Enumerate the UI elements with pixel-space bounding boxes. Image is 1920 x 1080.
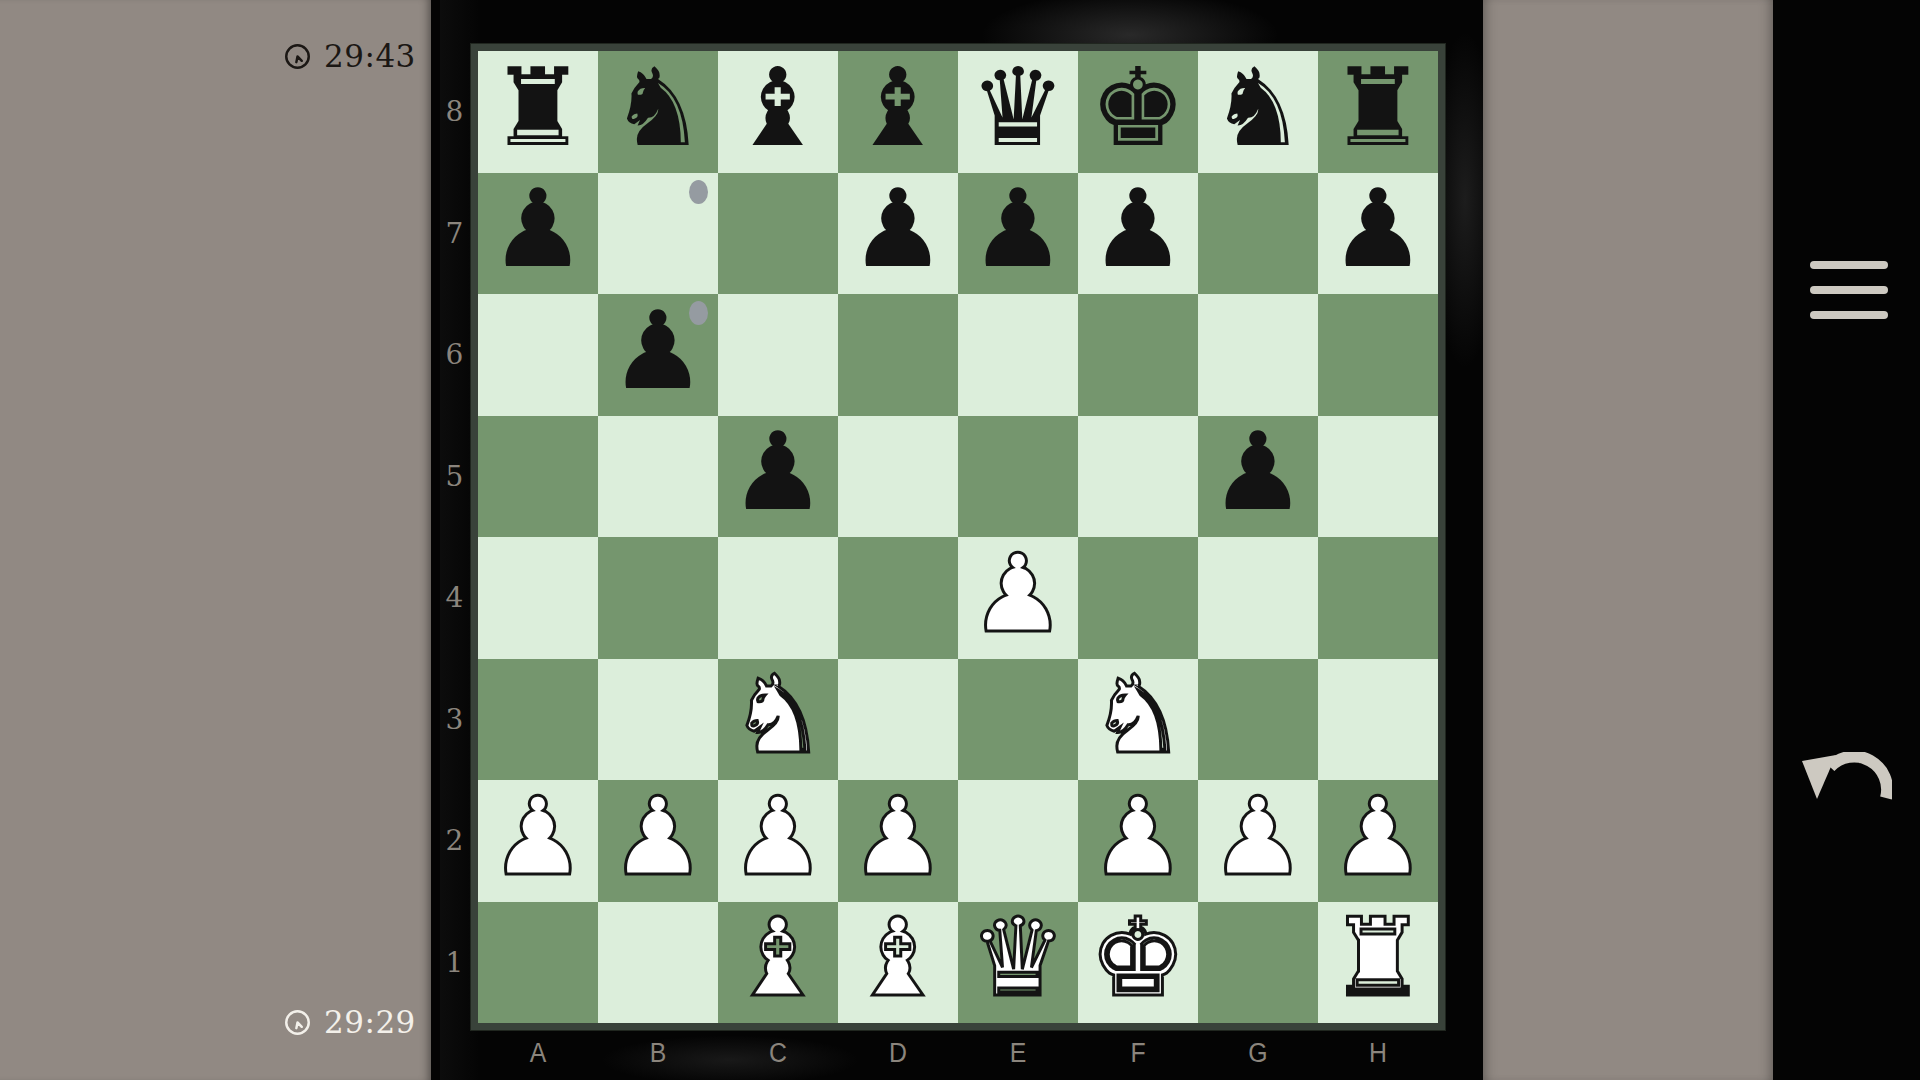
white-pawn-piece: ♟ [610,783,707,891]
square-h5[interactable] [1318,416,1438,538]
opponent-clock: 29:43 [284,38,416,74]
file-label-f: F [1083,1030,1193,1076]
right-panel [1483,0,1773,1080]
square-g1[interactable] [1198,902,1318,1024]
black-queen-piece: ♛ [970,54,1067,162]
black-pawn-piece: ♟ [490,175,587,283]
white-knight-piece: ♞ [730,661,827,769]
square-h6[interactable] [1318,294,1438,416]
square-c2[interactable]: ♟ [718,780,838,902]
black-knight-piece: ♞ [1210,54,1307,162]
white-pawn-piece: ♟ [490,783,587,891]
black-pawn-piece: ♟ [850,175,947,283]
black-rook-piece: ♜ [490,54,587,162]
rank-label-8: 8 [431,51,478,173]
square-c7[interactable] [718,173,838,295]
square-g4[interactable] [1198,537,1318,659]
square-a2[interactable]: ♟ [478,780,598,902]
file-labels: ABCDEFGH [478,1030,1438,1076]
square-a7[interactable]: ♟ [478,173,598,295]
square-b5[interactable] [598,416,718,538]
black-bishop-piece: ♝ [730,54,827,162]
square-a6[interactable] [478,294,598,416]
square-e8[interactable]: ♛ [958,51,1078,173]
square-h8[interactable]: ♜ [1318,51,1438,173]
file-label-e: E [963,1030,1073,1076]
file-label-h: H [1323,1030,1433,1076]
square-d6[interactable] [838,294,958,416]
square-c6[interactable] [718,294,838,416]
white-pawn-piece: ♟ [970,540,1067,648]
square-b6[interactable]: ♟ [598,294,718,416]
undo-icon[interactable] [1800,752,1892,818]
square-b4[interactable] [598,537,718,659]
square-d7[interactable]: ♟ [838,173,958,295]
square-c5[interactable]: ♟ [718,416,838,538]
square-f5[interactable] [1078,416,1198,538]
rank-label-2: 2 [431,780,478,902]
square-b7[interactable] [598,173,718,295]
square-e6[interactable] [958,294,1078,416]
square-d5[interactable] [838,416,958,538]
square-b3[interactable] [598,659,718,781]
file-label-b: B [603,1030,713,1076]
square-f1[interactable]: ♚ [1078,902,1198,1024]
white-pawn-piece: ♟ [1210,783,1307,891]
square-d8[interactable]: ♝ [838,51,958,173]
square-d4[interactable] [838,537,958,659]
square-e5[interactable] [958,416,1078,538]
square-g7[interactable] [1198,173,1318,295]
file-label-g: G [1203,1030,1313,1076]
square-h3[interactable] [1318,659,1438,781]
board-frame: ♜♞♝♝♛♚♞♜♟♟♟♟♟♟♟♟♟♞♞♟♟♟♟♟♟♟♝♝♛♚♜ [471,44,1445,1030]
black-pawn-piece: ♟ [1210,418,1307,526]
black-knight-piece: ♞ [610,54,707,162]
black-king-piece: ♚ [1090,54,1187,162]
black-rook-piece: ♜ [1330,54,1427,162]
square-f6[interactable] [1078,294,1198,416]
square-c1[interactable]: ♝ [718,902,838,1024]
square-e2[interactable] [958,780,1078,902]
menu-bar [1810,311,1888,319]
square-d2[interactable]: ♟ [838,780,958,902]
square-g3[interactable] [1198,659,1318,781]
rank-label-6: 6 [431,294,478,416]
square-h4[interactable] [1318,537,1438,659]
player-clock-time: 29:29 [324,1004,416,1040]
board: ♜♞♝♝♛♚♞♜♟♟♟♟♟♟♟♟♟♞♞♟♟♟♟♟♟♟♝♝♛♚♜ [478,51,1438,1023]
square-b1[interactable] [598,902,718,1024]
rank-label-4: 4 [431,537,478,659]
square-d1[interactable]: ♝ [838,902,958,1024]
square-a1[interactable] [478,902,598,1024]
square-f3[interactable]: ♞ [1078,659,1198,781]
white-pawn-piece: ♟ [1090,783,1187,891]
file-label-c: C [723,1030,833,1076]
black-pawn-piece: ♟ [970,175,1067,283]
menu-bar [1810,261,1888,269]
menu-bar [1810,286,1888,294]
square-d3[interactable] [838,659,958,781]
square-a5[interactable] [478,416,598,538]
white-king-piece: ♚ [1090,904,1187,1012]
square-b8[interactable]: ♞ [598,51,718,173]
clock-icon [284,1009,311,1036]
clock-icon [284,43,311,70]
square-c8[interactable]: ♝ [718,51,838,173]
square-f2[interactable]: ♟ [1078,780,1198,902]
white-rook-piece: ♜ [1330,904,1427,1012]
rank-label-7: 7 [431,173,478,295]
square-b2[interactable]: ♟ [598,780,718,902]
white-knight-piece: ♞ [1090,661,1187,769]
square-g8[interactable]: ♞ [1198,51,1318,173]
rank-labels: 87654321 [431,51,478,1023]
menu-icon[interactable] [1810,261,1888,319]
player-clock: 29:29 [284,1004,416,1040]
black-bishop-piece: ♝ [850,54,947,162]
rank-label-3: 3 [431,659,478,781]
square-g5[interactable]: ♟ [1198,416,1318,538]
opponent-clock-time: 29:43 [324,38,416,74]
black-pawn-piece: ♟ [1330,175,1427,283]
square-e3[interactable] [958,659,1078,781]
square-h7[interactable]: ♟ [1318,173,1438,295]
rank-label-1: 1 [431,902,478,1024]
square-a8[interactable]: ♜ [478,51,598,173]
rank-label-5: 5 [431,416,478,538]
white-pawn-piece: ♟ [1330,783,1427,891]
square-f8[interactable]: ♚ [1078,51,1198,173]
white-pawn-piece: ♟ [730,783,827,891]
square-e4[interactable]: ♟ [958,537,1078,659]
square-g2[interactable]: ♟ [1198,780,1318,902]
square-e7[interactable]: ♟ [958,173,1078,295]
square-c4[interactable] [718,537,838,659]
white-pawn-piece: ♟ [850,783,947,891]
square-a3[interactable] [478,659,598,781]
square-e1[interactable]: ♛ [958,902,1078,1024]
square-h2[interactable]: ♟ [1318,780,1438,902]
white-bishop-piece: ♝ [730,904,827,1012]
white-queen-piece: ♛ [970,904,1067,1012]
square-g6[interactable] [1198,294,1318,416]
square-h1[interactable]: ♜ [1318,902,1438,1024]
file-label-a: A [483,1030,593,1076]
square-c3[interactable]: ♞ [718,659,838,781]
square-f7[interactable]: ♟ [1078,173,1198,295]
file-label-d: D [843,1030,953,1076]
square-a4[interactable] [478,537,598,659]
black-pawn-piece: ♟ [1090,175,1187,283]
white-bishop-piece: ♝ [850,904,947,1012]
square-f4[interactable] [1078,537,1198,659]
black-pawn-piece: ♟ [730,418,827,526]
left-panel [0,0,431,1080]
move-dot [689,180,708,204]
